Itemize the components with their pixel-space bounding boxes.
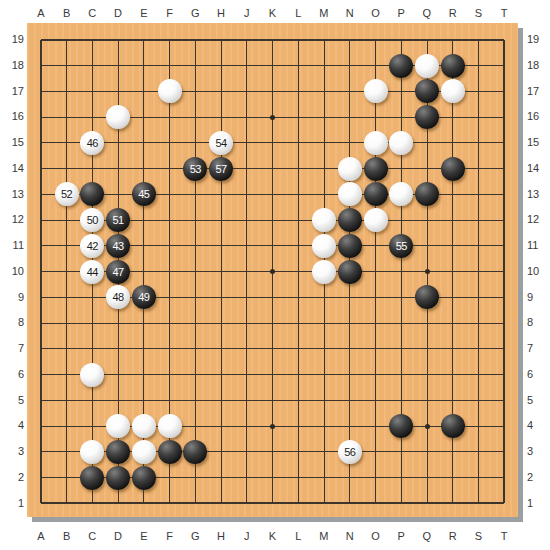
board-cell-S2[interactable]	[466, 465, 492, 491]
board-cell-Q9[interactable]	[414, 285, 440, 311]
board-cell-D12[interactable]: 51	[105, 207, 131, 233]
board-cell-B4[interactable]	[54, 413, 80, 439]
board-cell-J17[interactable]	[234, 79, 260, 105]
board-cell-R2[interactable]	[440, 465, 466, 491]
board-cell-M12[interactable]	[311, 207, 337, 233]
board-cell-J6[interactable]	[234, 362, 260, 388]
board-cell-N8[interactable]	[337, 310, 363, 336]
board-cell-F14[interactable]	[157, 156, 183, 182]
board-cell-N13[interactable]	[337, 182, 363, 208]
board-cell-N5[interactable]	[337, 388, 363, 414]
board-cell-S13[interactable]	[466, 182, 492, 208]
board-cell-F3[interactable]	[157, 439, 183, 465]
board-cell-D15[interactable]	[105, 130, 131, 156]
board-cell-E16[interactable]	[131, 104, 157, 130]
board-cell-K15[interactable]	[260, 130, 286, 156]
board-cell-L8[interactable]	[286, 310, 312, 336]
board-cell-A10[interactable]	[28, 259, 54, 285]
board-cell-A15[interactable]	[28, 130, 54, 156]
board-cell-O16[interactable]	[363, 104, 389, 130]
board-cell-R12[interactable]	[440, 207, 466, 233]
board-cell-F8[interactable]	[157, 310, 183, 336]
board-cell-G6[interactable]	[183, 362, 209, 388]
board-cell-E4[interactable]	[131, 413, 157, 439]
board-cell-G4[interactable]	[183, 413, 209, 439]
board-cell-F18[interactable]	[157, 53, 183, 79]
board-cell-J12[interactable]	[234, 207, 260, 233]
board-cell-L2[interactable]	[286, 465, 312, 491]
board-cell-E17[interactable]	[131, 79, 157, 105]
board-cell-A9[interactable]	[28, 285, 54, 311]
board-cell-M9[interactable]	[311, 285, 337, 311]
board-cell-K7[interactable]	[260, 336, 286, 362]
board-cell-B13[interactable]: 52	[54, 182, 80, 208]
board-cell-H19[interactable]	[208, 27, 234, 53]
board-cell-F16[interactable]	[157, 104, 183, 130]
board-cell-E3[interactable]	[131, 439, 157, 465]
board-cell-T14[interactable]	[492, 156, 518, 182]
board-cell-S17[interactable]	[466, 79, 492, 105]
board-cell-P17[interactable]	[389, 79, 415, 105]
board-cell-H4[interactable]	[208, 413, 234, 439]
board-cell-C19[interactable]	[80, 27, 106, 53]
board-cell-K9[interactable]	[260, 285, 286, 311]
board-cell-O7[interactable]	[363, 336, 389, 362]
board-cell-T16[interactable]	[492, 104, 518, 130]
board-cell-O13[interactable]	[363, 182, 389, 208]
board-cell-O1[interactable]	[363, 491, 389, 517]
board-cell-F5[interactable]	[157, 388, 183, 414]
board-cell-S3[interactable]	[466, 439, 492, 465]
board-cell-O14[interactable]	[363, 156, 389, 182]
board-cell-O3[interactable]	[363, 439, 389, 465]
board-cell-P14[interactable]	[389, 156, 415, 182]
board-cell-P5[interactable]	[389, 388, 415, 414]
board-cell-B3[interactable]	[54, 439, 80, 465]
board-cell-A3[interactable]	[28, 439, 54, 465]
board-cell-R5[interactable]	[440, 388, 466, 414]
board-cell-L16[interactable]	[286, 104, 312, 130]
board-cell-L15[interactable]	[286, 130, 312, 156]
board-cell-Q15[interactable]	[414, 130, 440, 156]
board-cell-S11[interactable]	[466, 233, 492, 259]
board-cell-N16[interactable]	[337, 104, 363, 130]
board-cell-S15[interactable]	[466, 130, 492, 156]
board-cell-L6[interactable]	[286, 362, 312, 388]
board-cell-B16[interactable]	[54, 104, 80, 130]
board-cell-Q18[interactable]	[414, 53, 440, 79]
board-cell-S19[interactable]	[466, 27, 492, 53]
board-cell-A19[interactable]	[28, 27, 54, 53]
board-cell-R13[interactable]	[440, 182, 466, 208]
board-cell-S18[interactable]	[466, 53, 492, 79]
board-cell-M16[interactable]	[311, 104, 337, 130]
board-cell-S16[interactable]	[466, 104, 492, 130]
board-cell-Q1[interactable]	[414, 491, 440, 517]
board-cell-S8[interactable]	[466, 310, 492, 336]
board-cell-Q2[interactable]	[414, 465, 440, 491]
board-cell-R18[interactable]	[440, 53, 466, 79]
board-cell-N9[interactable]	[337, 285, 363, 311]
board-cell-K10[interactable]	[260, 259, 286, 285]
board-cell-T19[interactable]	[492, 27, 518, 53]
board-cell-T13[interactable]	[492, 182, 518, 208]
board-cell-R4[interactable]	[440, 413, 466, 439]
board-cell-D13[interactable]	[105, 182, 131, 208]
board-cell-P10[interactable]	[389, 259, 415, 285]
board-cell-T6[interactable]	[492, 362, 518, 388]
board-cell-O10[interactable]	[363, 259, 389, 285]
board-cell-B6[interactable]	[54, 362, 80, 388]
board-cell-T7[interactable]	[492, 336, 518, 362]
board-cell-T5[interactable]	[492, 388, 518, 414]
board-cell-P19[interactable]	[389, 27, 415, 53]
board-cell-N1[interactable]	[337, 491, 363, 517]
board-cell-K13[interactable]	[260, 182, 286, 208]
board-cell-E18[interactable]	[131, 53, 157, 79]
board-cell-B9[interactable]	[54, 285, 80, 311]
board-cell-E19[interactable]	[131, 27, 157, 53]
board-cell-Q11[interactable]	[414, 233, 440, 259]
board-cell-M8[interactable]	[311, 310, 337, 336]
board-cell-T8[interactable]	[492, 310, 518, 336]
board-cell-A17[interactable]	[28, 79, 54, 105]
board-cell-N4[interactable]	[337, 413, 363, 439]
board-cell-O15[interactable]	[363, 130, 389, 156]
board-cell-J14[interactable]	[234, 156, 260, 182]
board-cell-J8[interactable]	[234, 310, 260, 336]
board-cell-E2[interactable]	[131, 465, 157, 491]
board-cell-G3[interactable]	[183, 439, 209, 465]
board-cell-R15[interactable]	[440, 130, 466, 156]
board-cell-H15[interactable]: 54	[208, 130, 234, 156]
board-cell-P7[interactable]	[389, 336, 415, 362]
board-cell-E1[interactable]	[131, 491, 157, 517]
board-cell-K2[interactable]	[260, 465, 286, 491]
board-cell-G16[interactable]	[183, 104, 209, 130]
board-cell-L13[interactable]	[286, 182, 312, 208]
board-cell-D19[interactable]	[105, 27, 131, 53]
board-cell-L11[interactable]	[286, 233, 312, 259]
board-cell-G2[interactable]	[183, 465, 209, 491]
board-cell-R19[interactable]	[440, 27, 466, 53]
board-cell-F10[interactable]	[157, 259, 183, 285]
board-cell-E9[interactable]: 49	[131, 285, 157, 311]
board-cell-L12[interactable]	[286, 207, 312, 233]
board-cell-R10[interactable]	[440, 259, 466, 285]
board-cell-K16[interactable]	[260, 104, 286, 130]
board-cell-R11[interactable]	[440, 233, 466, 259]
board-cell-Q7[interactable]	[414, 336, 440, 362]
board-cell-K4[interactable]	[260, 413, 286, 439]
board-cell-D17[interactable]	[105, 79, 131, 105]
board-cell-D3[interactable]	[105, 439, 131, 465]
board-cell-R9[interactable]	[440, 285, 466, 311]
board-cell-S9[interactable]	[466, 285, 492, 311]
board-cell-F15[interactable]	[157, 130, 183, 156]
board-cell-J18[interactable]	[234, 53, 260, 79]
board-cell-C11[interactable]: 42	[80, 233, 106, 259]
board-cell-H16[interactable]	[208, 104, 234, 130]
board-cell-C15[interactable]: 46	[80, 130, 106, 156]
board-cell-J2[interactable]	[234, 465, 260, 491]
board-cell-B2[interactable]	[54, 465, 80, 491]
board-cell-O11[interactable]	[363, 233, 389, 259]
board-cell-T2[interactable]	[492, 465, 518, 491]
board-cell-G13[interactable]	[183, 182, 209, 208]
board-cell-H9[interactable]	[208, 285, 234, 311]
board-cell-E10[interactable]	[131, 259, 157, 285]
board-cell-O12[interactable]	[363, 207, 389, 233]
board-cell-Q13[interactable]	[414, 182, 440, 208]
board-cell-J10[interactable]	[234, 259, 260, 285]
board-cell-Q12[interactable]	[414, 207, 440, 233]
board-cell-L9[interactable]	[286, 285, 312, 311]
board-cell-A11[interactable]	[28, 233, 54, 259]
board-cell-G17[interactable]	[183, 79, 209, 105]
board-cell-N6[interactable]	[337, 362, 363, 388]
board-cell-P13[interactable]	[389, 182, 415, 208]
board-cell-Q4[interactable]	[414, 413, 440, 439]
board-cell-K5[interactable]	[260, 388, 286, 414]
board-cell-H18[interactable]	[208, 53, 234, 79]
board-cell-T1[interactable]	[492, 491, 518, 517]
board-cell-G10[interactable]	[183, 259, 209, 285]
board-cell-J4[interactable]	[234, 413, 260, 439]
board-cell-P18[interactable]	[389, 53, 415, 79]
board-cell-C1[interactable]	[80, 491, 106, 517]
board-cell-H10[interactable]	[208, 259, 234, 285]
board-cell-C2[interactable]	[80, 465, 106, 491]
board-cell-J9[interactable]	[234, 285, 260, 311]
board-cell-M14[interactable]	[311, 156, 337, 182]
board-cell-Q17[interactable]	[414, 79, 440, 105]
board-cell-N12[interactable]	[337, 207, 363, 233]
board-cell-N18[interactable]	[337, 53, 363, 79]
board-cell-D2[interactable]	[105, 465, 131, 491]
board-cell-P9[interactable]	[389, 285, 415, 311]
board-cell-L19[interactable]	[286, 27, 312, 53]
board-cell-E7[interactable]	[131, 336, 157, 362]
board-cell-L10[interactable]	[286, 259, 312, 285]
board-cell-N15[interactable]	[337, 130, 363, 156]
board-cell-D6[interactable]	[105, 362, 131, 388]
board-cell-F17[interactable]	[157, 79, 183, 105]
board-cell-N3[interactable]: 56	[337, 439, 363, 465]
board-cell-G12[interactable]	[183, 207, 209, 233]
board-cell-O5[interactable]	[363, 388, 389, 414]
board-cell-F9[interactable]	[157, 285, 183, 311]
board-cell-N11[interactable]	[337, 233, 363, 259]
board-cell-K1[interactable]	[260, 491, 286, 517]
board-cell-M13[interactable]	[311, 182, 337, 208]
board-cell-J15[interactable]	[234, 130, 260, 156]
board-cell-B5[interactable]	[54, 388, 80, 414]
board-cell-B15[interactable]	[54, 130, 80, 156]
board-cell-B7[interactable]	[54, 336, 80, 362]
board-cell-H8[interactable]	[208, 310, 234, 336]
board-cell-K3[interactable]	[260, 439, 286, 465]
board-cell-A16[interactable]	[28, 104, 54, 130]
board-cell-R6[interactable]	[440, 362, 466, 388]
board-cell-O9[interactable]	[363, 285, 389, 311]
board-cell-D9[interactable]: 48	[105, 285, 131, 311]
board-cell-A2[interactable]	[28, 465, 54, 491]
board-cell-S10[interactable]	[466, 259, 492, 285]
board-cell-A6[interactable]	[28, 362, 54, 388]
board-cell-K18[interactable]	[260, 53, 286, 79]
board-cell-K17[interactable]	[260, 79, 286, 105]
board-cell-C6[interactable]	[80, 362, 106, 388]
board-cell-M15[interactable]	[311, 130, 337, 156]
board-cell-Q5[interactable]	[414, 388, 440, 414]
board-cell-Q3[interactable]	[414, 439, 440, 465]
board-cell-P2[interactable]	[389, 465, 415, 491]
board-cell-L17[interactable]	[286, 79, 312, 105]
board-cell-T3[interactable]	[492, 439, 518, 465]
board-cell-D10[interactable]: 47	[105, 259, 131, 285]
board-cell-T18[interactable]	[492, 53, 518, 79]
board-cell-P15[interactable]	[389, 130, 415, 156]
board-cell-P6[interactable]	[389, 362, 415, 388]
board-cell-J3[interactable]	[234, 439, 260, 465]
board-cell-P12[interactable]	[389, 207, 415, 233]
board-cell-B12[interactable]	[54, 207, 80, 233]
board-cell-O19[interactable]	[363, 27, 389, 53]
board-cell-E12[interactable]	[131, 207, 157, 233]
board-cell-C12[interactable]: 50	[80, 207, 106, 233]
board-cell-A12[interactable]	[28, 207, 54, 233]
board-cell-O6[interactable]	[363, 362, 389, 388]
board-cell-T11[interactable]	[492, 233, 518, 259]
board-cell-T17[interactable]	[492, 79, 518, 105]
board-cell-D14[interactable]	[105, 156, 131, 182]
board-cell-H6[interactable]	[208, 362, 234, 388]
board-cell-H12[interactable]	[208, 207, 234, 233]
board-cell-A5[interactable]	[28, 388, 54, 414]
board-cell-D1[interactable]	[105, 491, 131, 517]
board-cell-P3[interactable]	[389, 439, 415, 465]
board-cell-G19[interactable]	[183, 27, 209, 53]
board-cell-R8[interactable]	[440, 310, 466, 336]
board-cell-T4[interactable]	[492, 413, 518, 439]
board-cell-F12[interactable]	[157, 207, 183, 233]
board-cell-B10[interactable]	[54, 259, 80, 285]
board-cell-L18[interactable]	[286, 53, 312, 79]
board-cell-T12[interactable]	[492, 207, 518, 233]
board-cell-P8[interactable]	[389, 310, 415, 336]
board-cell-D11[interactable]: 43	[105, 233, 131, 259]
board-cell-M7[interactable]	[311, 336, 337, 362]
board-cell-D8[interactable]	[105, 310, 131, 336]
board-cell-J7[interactable]	[234, 336, 260, 362]
board-cell-J1[interactable]	[234, 491, 260, 517]
board-cell-F11[interactable]	[157, 233, 183, 259]
board-cell-L5[interactable]	[286, 388, 312, 414]
board-cell-J5[interactable]	[234, 388, 260, 414]
board-cell-H3[interactable]	[208, 439, 234, 465]
board-cell-R7[interactable]	[440, 336, 466, 362]
board-cell-F4[interactable]	[157, 413, 183, 439]
board-cell-P4[interactable]	[389, 413, 415, 439]
board-cell-G15[interactable]	[183, 130, 209, 156]
board-cell-A18[interactable]	[28, 53, 54, 79]
board-cell-B14[interactable]	[54, 156, 80, 182]
board-cell-A4[interactable]	[28, 413, 54, 439]
board-cell-Q14[interactable]	[414, 156, 440, 182]
board-cell-M5[interactable]	[311, 388, 337, 414]
board-cell-Q19[interactable]	[414, 27, 440, 53]
board-cell-E8[interactable]	[131, 310, 157, 336]
board-cell-D16[interactable]	[105, 104, 131, 130]
board-cell-S7[interactable]	[466, 336, 492, 362]
board-cell-K8[interactable]	[260, 310, 286, 336]
board-cell-L4[interactable]	[286, 413, 312, 439]
board-cell-D4[interactable]	[105, 413, 131, 439]
board-cell-C13[interactable]	[80, 182, 106, 208]
board-cell-M11[interactable]	[311, 233, 337, 259]
board-cell-F19[interactable]	[157, 27, 183, 53]
board-cell-H17[interactable]	[208, 79, 234, 105]
board-cell-N17[interactable]	[337, 79, 363, 105]
board-cell-H5[interactable]	[208, 388, 234, 414]
board-cell-H13[interactable]	[208, 182, 234, 208]
board-cell-C10[interactable]: 44	[80, 259, 106, 285]
board-cell-E15[interactable]	[131, 130, 157, 156]
board-cell-C14[interactable]	[80, 156, 106, 182]
board-cell-R1[interactable]	[440, 491, 466, 517]
board-cell-A14[interactable]	[28, 156, 54, 182]
board-cell-M17[interactable]	[311, 79, 337, 105]
board-cell-F2[interactable]	[157, 465, 183, 491]
board-cell-D18[interactable]	[105, 53, 131, 79]
board-cell-G9[interactable]	[183, 285, 209, 311]
board-cell-N10[interactable]	[337, 259, 363, 285]
board-cell-D7[interactable]	[105, 336, 131, 362]
board-cell-H14[interactable]: 57	[208, 156, 234, 182]
board-cell-S14[interactable]	[466, 156, 492, 182]
board-cell-O8[interactable]	[363, 310, 389, 336]
board-cell-P1[interactable]	[389, 491, 415, 517]
board-cell-S12[interactable]	[466, 207, 492, 233]
board-cell-A7[interactable]	[28, 336, 54, 362]
board-cell-G11[interactable]	[183, 233, 209, 259]
board-cell-C17[interactable]	[80, 79, 106, 105]
board-cell-J16[interactable]	[234, 104, 260, 130]
board-cell-C5[interactable]	[80, 388, 106, 414]
board-cell-M18[interactable]	[311, 53, 337, 79]
board-cell-G1[interactable]	[183, 491, 209, 517]
board-cell-L7[interactable]	[286, 336, 312, 362]
board-cell-L14[interactable]	[286, 156, 312, 182]
board-cell-S1[interactable]	[466, 491, 492, 517]
board-cell-E14[interactable]	[131, 156, 157, 182]
board-cell-T9[interactable]	[492, 285, 518, 311]
board-cell-O18[interactable]	[363, 53, 389, 79]
board-cell-N7[interactable]	[337, 336, 363, 362]
board-cell-C4[interactable]	[80, 413, 106, 439]
board-cell-K19[interactable]	[260, 27, 286, 53]
board-cell-E13[interactable]: 45	[131, 182, 157, 208]
board-cell-B8[interactable]	[54, 310, 80, 336]
board-cell-G7[interactable]	[183, 336, 209, 362]
board-cell-S6[interactable]	[466, 362, 492, 388]
board-cell-M4[interactable]	[311, 413, 337, 439]
board-cell-R3[interactable]	[440, 439, 466, 465]
board-cell-C16[interactable]	[80, 104, 106, 130]
board-cell-H1[interactable]	[208, 491, 234, 517]
board-cell-C7[interactable]	[80, 336, 106, 362]
